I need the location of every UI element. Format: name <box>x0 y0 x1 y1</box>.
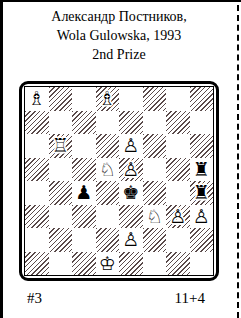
square-b4[interactable] <box>49 181 73 205</box>
square-d3[interactable] <box>96 205 120 229</box>
square-b1[interactable] <box>49 252 73 276</box>
author-line: Александр Постников, <box>3 7 235 26</box>
square-b5[interactable] <box>49 158 73 182</box>
piece-white-knight-d5: ♘ <box>99 160 116 179</box>
square-f3[interactable]: ♘ <box>143 205 167 229</box>
square-c7[interactable] <box>72 111 96 135</box>
square-d6[interactable] <box>96 134 120 158</box>
piece-black-pawn-c4: ♟ <box>75 183 92 202</box>
square-d2[interactable] <box>96 228 120 252</box>
square-c8[interactable] <box>72 87 96 111</box>
piece-white-bishop-a8: ♗ <box>28 89 45 108</box>
square-c3[interactable] <box>72 205 96 229</box>
square-e3[interactable] <box>119 205 143 229</box>
piece-white-pawn-e6: ♙ <box>122 136 139 155</box>
square-d7[interactable] <box>96 111 120 135</box>
piece-white-pawn-e2: ♙ <box>122 230 139 249</box>
square-h4[interactable]: ♜ <box>190 181 214 205</box>
piece-black-rook-h4: ♜ <box>193 183 210 202</box>
square-c2[interactable] <box>72 228 96 252</box>
square-b2[interactable] <box>49 228 73 252</box>
material-count: 11+4 <box>175 290 205 307</box>
piece-white-pawn-h3: ♙ <box>193 207 210 226</box>
square-g6[interactable] <box>166 134 190 158</box>
square-d8[interactable]: ♗ <box>96 87 120 111</box>
square-h5[interactable]: ♜ <box>190 158 214 182</box>
piece-white-bishop-d8: ♗ <box>99 89 116 108</box>
piece-white-pawn-e5: ♙ <box>122 160 139 179</box>
piece-white-pawn-g3: ♙ <box>169 207 186 226</box>
problem-header: Александр Постников, Wola Gulowska, 1993… <box>3 7 235 64</box>
square-a4[interactable] <box>25 181 49 205</box>
square-g4[interactable] <box>166 181 190 205</box>
square-f6[interactable] <box>143 134 167 158</box>
square-c1[interactable] <box>72 252 96 276</box>
square-b3[interactable] <box>49 205 73 229</box>
square-f7[interactable] <box>143 111 167 135</box>
piece-black-rook-h5: ♜ <box>193 160 210 179</box>
square-g3[interactable]: ♙ <box>166 205 190 229</box>
piece-white-king-d1: ♔ <box>99 254 116 273</box>
chess-board: ♗♗♖♙♘♙♜♟♚♜♘♙♙♙♔ <box>19 81 219 281</box>
square-a7[interactable] <box>25 111 49 135</box>
square-b8[interactable] <box>49 87 73 111</box>
square-e4[interactable]: ♚ <box>119 181 143 205</box>
square-h8[interactable] <box>190 87 214 111</box>
award-line: 2nd Prize <box>3 45 235 64</box>
square-b7[interactable] <box>49 111 73 135</box>
square-a6[interactable] <box>25 134 49 158</box>
square-h2[interactable] <box>190 228 214 252</box>
page: Александр Постников, Wola Gulowska, 1993… <box>0 0 241 318</box>
square-c6[interactable] <box>72 134 96 158</box>
stipulation: #3 <box>27 290 42 307</box>
square-h1[interactable] <box>190 252 214 276</box>
square-e2[interactable]: ♙ <box>119 228 143 252</box>
square-a5[interactable] <box>25 158 49 182</box>
square-a8[interactable]: ♗ <box>25 87 49 111</box>
square-e8[interactable] <box>119 87 143 111</box>
square-e6[interactable]: ♙ <box>119 134 143 158</box>
square-g2[interactable] <box>166 228 190 252</box>
square-a1[interactable] <box>25 252 49 276</box>
page-cut-line <box>237 5 239 318</box>
square-g8[interactable] <box>166 87 190 111</box>
square-d1[interactable]: ♔ <box>96 252 120 276</box>
piece-black-king-e4: ♚ <box>122 183 139 202</box>
square-g7[interactable] <box>166 111 190 135</box>
square-h6[interactable] <box>190 134 214 158</box>
square-g5[interactable] <box>166 158 190 182</box>
square-e5[interactable]: ♙ <box>119 158 143 182</box>
square-g1[interactable] <box>166 252 190 276</box>
square-f2[interactable] <box>143 228 167 252</box>
caption-row: #3 11+4 <box>3 290 241 307</box>
square-c4[interactable]: ♟ <box>72 181 96 205</box>
square-a2[interactable] <box>25 228 49 252</box>
square-f4[interactable] <box>143 181 167 205</box>
square-f5[interactable] <box>143 158 167 182</box>
square-e1[interactable] <box>119 252 143 276</box>
square-c5[interactable] <box>72 158 96 182</box>
square-f1[interactable] <box>143 252 167 276</box>
board-grid: ♗♗♖♙♘♙♜♟♚♜♘♙♙♙♔ <box>24 86 214 276</box>
source-line: Wola Gulowska, 1993 <box>3 26 235 45</box>
square-b6[interactable]: ♖ <box>49 134 73 158</box>
square-h7[interactable] <box>190 111 214 135</box>
square-d4[interactable] <box>96 181 120 205</box>
square-e7[interactable] <box>119 111 143 135</box>
piece-white-rook-b6: ♖ <box>52 136 69 155</box>
square-f8[interactable] <box>143 87 167 111</box>
square-d5[interactable]: ♘ <box>96 158 120 182</box>
square-a3[interactable] <box>25 205 49 229</box>
piece-white-knight-f3: ♘ <box>146 207 163 226</box>
square-h3[interactable]: ♙ <box>190 205 214 229</box>
